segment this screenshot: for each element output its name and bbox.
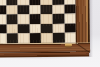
square-e1 xyxy=(30,33,42,43)
square-g4 xyxy=(53,5,65,15)
square-g2 xyxy=(53,23,65,33)
square-f1 xyxy=(41,33,53,43)
square-e3 xyxy=(29,14,41,24)
square-c2 xyxy=(6,24,18,34)
square-d3 xyxy=(18,14,30,24)
square-f4 xyxy=(41,5,53,15)
square-c3 xyxy=(6,15,18,25)
square-d1 xyxy=(18,33,30,43)
square-h1 xyxy=(65,33,77,43)
square-d2 xyxy=(18,24,30,34)
brass-plaque xyxy=(65,43,72,46)
chessboard xyxy=(0,0,100,67)
square-e4 xyxy=(29,5,41,15)
square-c1 xyxy=(7,33,19,43)
square-f2 xyxy=(41,24,53,34)
square-h4 xyxy=(64,4,76,14)
board-squares xyxy=(0,0,76,43)
board-side-edge xyxy=(0,52,89,58)
square-c4 xyxy=(6,5,18,15)
square-h3 xyxy=(64,14,76,24)
square-g3 xyxy=(53,14,65,24)
square-d4 xyxy=(18,5,30,15)
square-f3 xyxy=(41,14,53,24)
photo-backdrop xyxy=(0,0,100,67)
square-g1 xyxy=(53,33,65,43)
square-h2 xyxy=(64,23,76,33)
square-e2 xyxy=(30,24,42,34)
